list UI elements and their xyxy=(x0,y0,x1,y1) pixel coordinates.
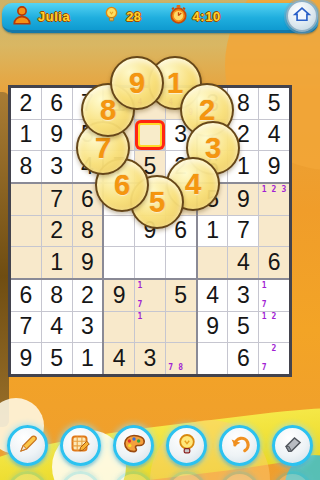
cell-r9c2[interactable]: 5 xyxy=(42,343,72,374)
eraser-icon xyxy=(281,432,305,460)
cell-r1c2[interactable]: 6 xyxy=(42,88,72,119)
box-8: 917514378 xyxy=(104,280,195,374)
cell-r9c7[interactable] xyxy=(198,343,228,374)
cell-r1c1[interactable]: 2 xyxy=(11,88,41,119)
bottom-toolbar xyxy=(0,425,320,466)
cell-r3c1[interactable]: 8 xyxy=(11,151,41,182)
cell-r8c4[interactable] xyxy=(104,312,134,343)
box-9: 43179512627 xyxy=(198,280,289,374)
palette-button[interactable] xyxy=(113,471,154,480)
eraser-button[interactable] xyxy=(272,471,313,480)
cell-r6c7[interactable] xyxy=(198,247,228,278)
notes-button[interactable] xyxy=(60,471,101,480)
cell-r6c9[interactable]: 6 xyxy=(259,247,289,278)
pencil-mark: 3 xyxy=(279,184,289,194)
eraser-button[interactable] xyxy=(272,425,313,466)
cell-r5c3[interactable]: 8 xyxy=(73,216,103,247)
cell-r8c3[interactable]: 3 xyxy=(73,312,103,343)
pencil-icon xyxy=(16,432,40,460)
cell-r7c3[interactable]: 2 xyxy=(73,280,103,311)
cell-r5c9[interactable] xyxy=(259,216,289,247)
pencil-button[interactable] xyxy=(7,471,48,480)
cell-r5c1[interactable] xyxy=(11,216,41,247)
pencil-mark: 7 xyxy=(259,299,269,309)
pencil-mark: 7 xyxy=(259,362,269,372)
cell-r3c9[interactable]: 9 xyxy=(259,151,289,182)
cell-r1c9[interactable]: 5 xyxy=(259,88,289,119)
stopwatch-icon xyxy=(168,4,189,29)
hint-count: 28 xyxy=(126,9,141,24)
cell-r7c1[interactable]: 6 xyxy=(11,280,41,311)
cell-r7c6[interactable]: 5 xyxy=(166,280,196,311)
pencil-mark: 1 xyxy=(259,280,269,290)
cell-r6c5[interactable] xyxy=(135,247,165,278)
cell-r9c3[interactable]: 1 xyxy=(73,343,103,374)
cell-r4c1[interactable] xyxy=(11,184,41,215)
palette-button[interactable] xyxy=(113,425,154,466)
cell-r7c8[interactable]: 3 xyxy=(228,280,258,311)
cell-r5c2[interactable]: 2 xyxy=(42,216,72,247)
cell-r9c1[interactable]: 9 xyxy=(11,343,41,374)
pencil-mark: 8 xyxy=(176,362,186,372)
cell-r9c8[interactable]: 6 xyxy=(228,343,258,374)
home-button[interactable] xyxy=(286,0,318,32)
pencil-mark: 1 xyxy=(135,280,145,290)
sudoku-app-screen: Julia 28 4:10 26719583414493752385724619… xyxy=(0,0,320,480)
pencil-mark: 2 xyxy=(269,312,279,322)
cell-r8c1[interactable]: 7 xyxy=(11,312,41,343)
cell-r9c9[interactable]: 27 xyxy=(259,343,289,374)
player-name: Julia xyxy=(38,9,70,24)
player-avatar-icon xyxy=(11,4,33,30)
timer-value: 4:10 xyxy=(193,9,221,24)
undo-button[interactable] xyxy=(219,471,260,480)
cell-r4c2[interactable]: 7 xyxy=(42,184,72,215)
cell-r4c9[interactable]: 123 xyxy=(259,184,289,215)
cell-r7c9[interactable]: 17 xyxy=(259,280,289,311)
cell-r8c9[interactable]: 12 xyxy=(259,312,289,343)
cell-r6c3[interactable]: 9 xyxy=(73,247,103,278)
palette-icon xyxy=(122,432,146,460)
cell-r6c6[interactable] xyxy=(166,247,196,278)
cell-r5c8[interactable]: 7 xyxy=(228,216,258,247)
cell-r2c5[interactable] xyxy=(135,120,165,151)
cell-r8c7[interactable]: 9 xyxy=(198,312,228,343)
pencil-mark: 7 xyxy=(166,362,176,372)
box-7: 682743951 xyxy=(11,280,102,374)
hint-bulb-icon xyxy=(175,432,199,460)
home-icon xyxy=(292,4,312,28)
notes-icon xyxy=(69,432,93,460)
cell-r6c2[interactable]: 1 xyxy=(42,247,72,278)
pencil-mark: 1 xyxy=(259,312,269,322)
toolbar-reflection xyxy=(0,471,320,480)
hint-bulb-icon xyxy=(102,5,121,28)
cell-r2c9[interactable]: 4 xyxy=(259,120,289,151)
cell-r2c2[interactable]: 9 xyxy=(42,120,72,151)
pencil-mark: 2 xyxy=(269,184,279,194)
cell-r3c2[interactable]: 3 xyxy=(42,151,72,182)
pencil-mark: 7 xyxy=(135,299,145,309)
pencil-mark: 2 xyxy=(269,343,279,353)
cell-r9c4[interactable]: 4 xyxy=(104,343,134,374)
wheel-digit-9[interactable]: 9 xyxy=(110,56,164,110)
cell-r8c6[interactable] xyxy=(166,312,196,343)
cell-r6c8[interactable]: 4 xyxy=(228,247,258,278)
cell-r4c8[interactable]: 9 xyxy=(228,184,258,215)
cell-r7c5[interactable]: 17 xyxy=(135,280,165,311)
cell-r7c7[interactable]: 4 xyxy=(198,280,228,311)
hint-button[interactable] xyxy=(166,471,207,480)
box-4: 762819 xyxy=(11,184,102,278)
undo-button[interactable] xyxy=(219,425,260,466)
notes-button[interactable] xyxy=(60,425,101,466)
cell-r5c7[interactable]: 1 xyxy=(198,216,228,247)
cell-r8c8[interactable]: 5 xyxy=(228,312,258,343)
hint-button[interactable] xyxy=(166,425,207,466)
cell-r8c5[interactable]: 1 xyxy=(135,312,165,343)
cell-r5c4[interactable] xyxy=(104,216,134,247)
sudoku-board: 2671958341449375238572461976281989659123… xyxy=(8,85,292,377)
cell-r7c2[interactable]: 8 xyxy=(42,280,72,311)
pencil-mark: 1 xyxy=(135,312,145,322)
cell-r7c4[interactable]: 9 xyxy=(104,280,134,311)
pencil-mark: 1 xyxy=(259,184,269,194)
pencil-button[interactable] xyxy=(7,425,48,466)
top-status-bar: Julia 28 4:10 xyxy=(2,3,318,33)
cell-r8c2[interactable]: 4 xyxy=(42,312,72,343)
cell-r6c1[interactable] xyxy=(11,247,41,278)
cell-r9c6[interactable]: 78 xyxy=(166,343,196,374)
undo-arrow-icon xyxy=(228,432,252,460)
cell-r6c4[interactable] xyxy=(104,247,134,278)
cell-r2c1[interactable]: 1 xyxy=(11,120,41,151)
cell-r9c5[interactable]: 3 xyxy=(135,343,165,374)
